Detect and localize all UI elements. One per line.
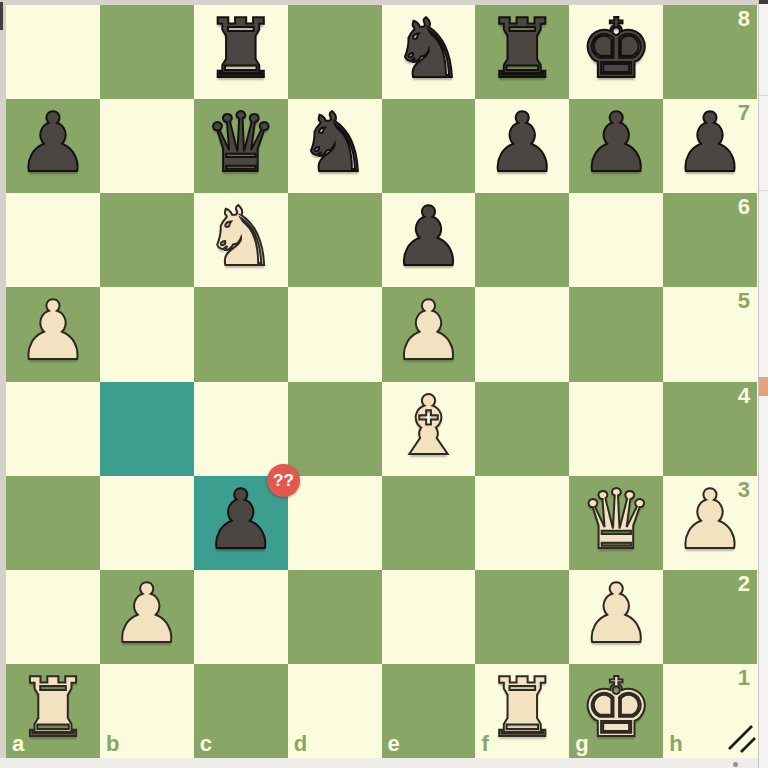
- square-b6[interactable]: [100, 193, 194, 287]
- square-d8[interactable]: [288, 5, 382, 99]
- square-e4[interactable]: ♝: [382, 382, 476, 476]
- square-a7[interactable]: ♟: [6, 99, 100, 193]
- square-h6[interactable]: 6: [663, 193, 757, 287]
- page: ♜♞♜♚8♟♛♞♟♟7♟♞♟6♟♟5♝4♟♛3♟♟♟2a♜bcdef♜g♚1h …: [0, 0, 768, 768]
- square-c6[interactable]: ♞: [194, 193, 288, 287]
- piece-black-pawn[interactable]: ♟: [392, 196, 466, 278]
- square-a3[interactable]: [6, 476, 100, 570]
- piece-black-pawn[interactable]: ♟: [579, 102, 653, 184]
- file-label-b: b: [106, 733, 119, 755]
- square-e7[interactable]: [382, 99, 476, 193]
- piece-white-rook[interactable]: ♜: [486, 667, 560, 749]
- rank-label-5: 5: [738, 290, 750, 312]
- piece-black-pawn[interactable]: ♟: [204, 479, 278, 561]
- piece-black-king[interactable]: ♚: [579, 8, 653, 90]
- square-c1[interactable]: c: [194, 664, 288, 758]
- piece-white-knight[interactable]: ♞: [204, 196, 278, 278]
- piece-white-pawn[interactable]: ♟: [579, 573, 653, 655]
- square-g1[interactable]: g♚: [569, 664, 663, 758]
- square-h4[interactable]: 4: [663, 382, 757, 476]
- piece-white-rook[interactable]: ♜: [16, 667, 90, 749]
- square-h2[interactable]: 2: [663, 570, 757, 664]
- square-c8[interactable]: ♜: [194, 5, 288, 99]
- square-h5[interactable]: 5: [663, 287, 757, 381]
- square-b8[interactable]: [100, 5, 194, 99]
- square-d7[interactable]: ♞: [288, 99, 382, 193]
- piece-black-pawn[interactable]: ♟: [16, 102, 90, 184]
- square-g6[interactable]: [569, 193, 663, 287]
- scrollbar[interactable]: [758, 0, 768, 768]
- resize-handle-icon[interactable]: [725, 722, 757, 754]
- piece-white-pawn[interactable]: ♟: [16, 290, 90, 372]
- square-c2[interactable]: [194, 570, 288, 664]
- square-a4[interactable]: [6, 382, 100, 476]
- square-d5[interactable]: [288, 287, 382, 381]
- file-label-d: d: [294, 733, 307, 755]
- chess-board[interactable]: ♜♞♜♚8♟♛♞♟♟7♟♞♟6♟♟5♝4♟♛3♟♟♟2a♜bcdef♜g♚1h: [6, 5, 757, 758]
- square-h3[interactable]: 3♟: [663, 476, 757, 570]
- square-e3[interactable]: [382, 476, 476, 570]
- piece-black-rook[interactable]: ♜: [486, 8, 560, 90]
- square-b2[interactable]: ♟: [100, 570, 194, 664]
- piece-white-queen[interactable]: ♛: [579, 479, 653, 561]
- rank-label-2: 2: [738, 573, 750, 595]
- scrollbar-highlight-marker: [759, 377, 768, 396]
- rank-label-1: 1: [738, 667, 750, 689]
- square-f8[interactable]: ♜: [475, 5, 569, 99]
- square-h8[interactable]: 8: [663, 5, 757, 99]
- square-e1[interactable]: e: [382, 664, 476, 758]
- piece-black-queen[interactable]: ♛: [204, 102, 278, 184]
- square-f5[interactable]: [475, 287, 569, 381]
- piece-black-rook[interactable]: ♜: [204, 8, 278, 90]
- square-b4[interactable]: [100, 382, 194, 476]
- scrollbar-top-cap: [759, 0, 768, 4]
- square-b1[interactable]: b: [100, 664, 194, 758]
- square-f1[interactable]: f♜: [475, 664, 569, 758]
- square-f4[interactable]: [475, 382, 569, 476]
- file-label-h: h: [669, 733, 682, 755]
- square-g2[interactable]: ♟: [569, 570, 663, 664]
- rank-label-8: 8: [738, 8, 750, 30]
- square-d2[interactable]: [288, 570, 382, 664]
- file-label-c: c: [200, 733, 212, 755]
- square-h7[interactable]: 7♟: [663, 99, 757, 193]
- piece-white-pawn[interactable]: ♟: [392, 290, 466, 372]
- scrollbar-tick: [759, 95, 768, 96]
- square-a1[interactable]: a♜: [6, 664, 100, 758]
- square-g7[interactable]: ♟: [569, 99, 663, 193]
- square-g4[interactable]: [569, 382, 663, 476]
- square-e5[interactable]: ♟: [382, 287, 476, 381]
- square-c7[interactable]: ♛: [194, 99, 288, 193]
- square-e2[interactable]: [382, 570, 476, 664]
- scrollbar-tick: [759, 190, 768, 191]
- frame-artifact: [0, 2, 3, 30]
- square-a2[interactable]: [6, 570, 100, 664]
- square-c4[interactable]: [194, 382, 288, 476]
- square-f6[interactable]: [475, 193, 569, 287]
- piece-black-pawn[interactable]: ♟: [486, 102, 560, 184]
- square-f7[interactable]: ♟: [475, 99, 569, 193]
- square-a8[interactable]: [6, 5, 100, 99]
- square-c5[interactable]: [194, 287, 288, 381]
- square-d6[interactable]: [288, 193, 382, 287]
- rank-label-6: 6: [738, 196, 750, 218]
- square-g3[interactable]: ♛: [569, 476, 663, 570]
- square-e8[interactable]: ♞: [382, 5, 476, 99]
- piece-black-knight[interactable]: ♞: [298, 102, 372, 184]
- square-f2[interactable]: [475, 570, 569, 664]
- page-bottom-strip: [0, 758, 758, 768]
- file-label-e: e: [388, 733, 400, 755]
- square-b3[interactable]: [100, 476, 194, 570]
- piece-black-pawn[interactable]: ♟: [673, 102, 747, 184]
- square-g5[interactable]: [569, 287, 663, 381]
- square-d1[interactable]: d: [288, 664, 382, 758]
- piece-white-king[interactable]: ♚: [579, 667, 653, 749]
- piece-white-bishop[interactable]: ♝: [392, 385, 466, 467]
- square-b5[interactable]: [100, 287, 194, 381]
- rank-label-4: 4: [738, 385, 750, 407]
- square-d4[interactable]: [288, 382, 382, 476]
- square-a6[interactable]: [6, 193, 100, 287]
- square-f3[interactable]: [475, 476, 569, 570]
- page-dot: [733, 762, 738, 767]
- blunder-badge: ??: [267, 464, 300, 497]
- piece-white-pawn[interactable]: ♟: [673, 479, 747, 561]
- square-d3[interactable]: [288, 476, 382, 570]
- square-e6[interactable]: ♟: [382, 193, 476, 287]
- square-g8[interactable]: ♚: [569, 5, 663, 99]
- square-b7[interactable]: [100, 99, 194, 193]
- piece-white-pawn[interactable]: ♟: [110, 573, 184, 655]
- square-a5[interactable]: ♟: [6, 287, 100, 381]
- piece-black-knight[interactable]: ♞: [392, 8, 466, 90]
